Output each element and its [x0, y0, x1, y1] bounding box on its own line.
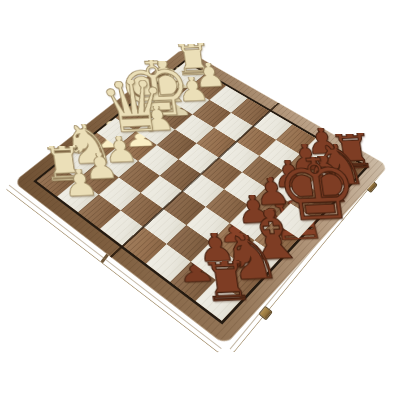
chess-set-photo: ♜♞♝♛♚♝♞♜♟♟♟♟♟♟♟♟♟♟♟♟♟♟♟♟♜♞♝♛♚♝♞♜ — [0, 0, 400, 400]
square-g6[interactable] — [259, 140, 299, 171]
board-stage: ♜♞♝♛♚♝♞♜♟♟♟♟♟♟♟♟♟♟♟♟♟♟♟♟♜♞♝♛♚♝♞♜ — [50, 39, 352, 309]
square-e4[interactable] — [178, 143, 218, 174]
piece-white-rook[interactable]: ♜ — [171, 43, 201, 75]
piece-black-rook[interactable]: ♜ — [327, 133, 361, 169]
clasp-latch-icon — [258, 306, 273, 321]
chess-board-grid: ♜♞♝♛♚♝♞♜♟♟♟♟♟♟♟♟♟♟♟♟♟♟♟♟♜♞♝♛♚♝♞♜ — [33, 60, 369, 325]
chess-board: ♜♞♝♛♚♝♞♜♟♟♟♟♟♟♟♟♟♟♟♟♟♟♟♟♜♞♝♛♚♝♞♜ — [13, 48, 388, 345]
